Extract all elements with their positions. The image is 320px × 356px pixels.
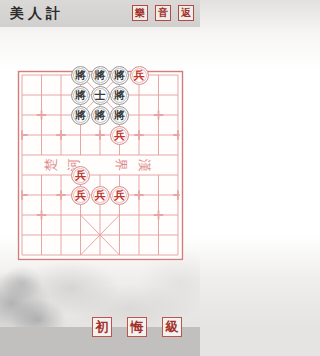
piece-black-4-1[interactable]: 士 (91, 86, 110, 105)
piece-black-3-0[interactable]: 將 (71, 66, 90, 85)
piece-red-5-6[interactable]: 兵 (110, 186, 129, 205)
level-button[interactable]: 級 (162, 317, 182, 337)
top-button-group: 樂 音 返 (132, 5, 194, 21)
restart-button[interactable]: 初 (92, 317, 112, 337)
music-button[interactable]: 樂 (132, 5, 148, 21)
piece-red-5-3[interactable]: 兵 (110, 126, 129, 145)
piece-red-6-0[interactable]: 兵 (130, 66, 149, 85)
piece-black-5-1[interactable]: 將 (110, 86, 129, 105)
page-title: 美人計 (10, 5, 64, 23)
piece-red-3-6[interactable]: 兵 (71, 186, 90, 205)
undo-button[interactable]: 悔 (127, 317, 147, 337)
back-button[interactable]: 返 (178, 5, 194, 21)
piece-black-4-2[interactable]: 將 (91, 106, 110, 125)
piece-black-4-0[interactable]: 將 (91, 66, 110, 85)
piece-black-3-2[interactable]: 將 (71, 106, 90, 125)
xiangqi-board[interactable]: 楚 河 界 漢 將將將兵將士將將將將兵兵兵兵兵 (17, 70, 184, 261)
river-label-jie: 界 (112, 159, 130, 172)
piece-black-3-1[interactable]: 將 (71, 86, 90, 105)
piece-red-3-5[interactable]: 兵 (71, 166, 90, 185)
river-label-han: 漢 (135, 159, 153, 172)
river-label-chu: 楚 (42, 159, 60, 172)
piece-red-4-6[interactable]: 兵 (91, 186, 110, 205)
piece-black-5-2[interactable]: 將 (110, 106, 129, 125)
top-bar: 美人計 樂 音 返 (0, 0, 200, 27)
piece-black-5-0[interactable]: 將 (110, 66, 129, 85)
sound-button[interactable]: 音 (155, 5, 171, 21)
bottom-button-group: 初 悔 級 (92, 317, 182, 337)
